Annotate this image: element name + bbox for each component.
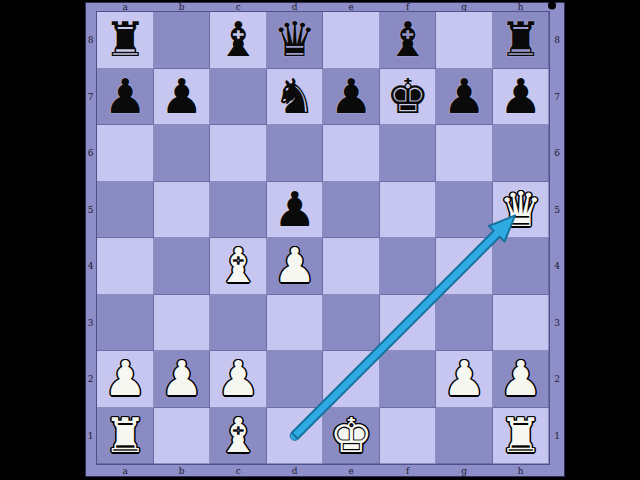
square-g4[interactable] <box>436 238 493 295</box>
square-f1[interactable] <box>380 408 437 465</box>
square-a3[interactable] <box>97 295 154 352</box>
rank-label-1: 1 <box>550 408 564 465</box>
piece-black-pawn-e7[interactable]: ♟ <box>330 72 373 120</box>
piece-black-pawn-b7[interactable]: ♟ <box>160 72 203 120</box>
rank-label-4: 4 <box>85 238 96 295</box>
square-h8[interactable]: ♜ <box>493 12 550 69</box>
file-label-f: f <box>380 465 437 477</box>
rank-labels-right: 87654321 <box>550 12 564 464</box>
square-g8[interactable] <box>436 12 493 69</box>
square-a7[interactable]: ♟ <box>97 69 154 126</box>
square-g6[interactable] <box>436 125 493 182</box>
piece-black-bishop-f8[interactable]: ♝ <box>386 15 429 63</box>
square-b3[interactable] <box>154 295 211 352</box>
file-label-a: a <box>97 465 154 477</box>
rank-labels-left: 87654321 <box>85 12 96 464</box>
square-f4[interactable] <box>380 238 437 295</box>
rank-label-7: 7 <box>550 69 564 126</box>
square-h3[interactable] <box>493 295 550 352</box>
piece-black-knight-d7[interactable]: ♞ <box>273 72 316 120</box>
rank-label-2: 2 <box>550 351 564 408</box>
rank-label-6: 6 <box>550 125 564 182</box>
square-e4[interactable] <box>323 238 380 295</box>
square-d1[interactable] <box>267 408 324 465</box>
square-a1[interactable]: ♜ <box>97 408 154 465</box>
square-c8[interactable]: ♝ <box>210 12 267 69</box>
square-f8[interactable]: ♝ <box>380 12 437 69</box>
square-d2[interactable] <box>267 351 324 408</box>
board[interactable]: ♜♝♛♝♜♟♟♞♟♚♟♟♟♛♝♟♟♟♟♟♟♜♝♚♜ <box>96 11 550 465</box>
piece-black-queen-d8[interactable]: ♛ <box>273 15 316 63</box>
file-label-e: e <box>323 465 380 477</box>
piece-white-king-e1[interactable]: ♚ <box>330 411 373 459</box>
rank-label-4: 4 <box>550 238 564 295</box>
square-b6[interactable] <box>154 125 211 182</box>
square-h1[interactable]: ♜ <box>493 408 550 465</box>
square-f2[interactable] <box>380 351 437 408</box>
piece-black-rook-h8[interactable]: ♜ <box>499 15 542 63</box>
piece-black-pawn-a7[interactable]: ♟ <box>104 72 147 120</box>
square-e2[interactable] <box>323 351 380 408</box>
square-d4[interactable]: ♟ <box>267 238 324 295</box>
square-e8[interactable] <box>323 12 380 69</box>
piece-white-pawn-g2[interactable]: ♟ <box>443 354 486 402</box>
rank-label-1: 1 <box>85 408 96 465</box>
square-b7[interactable]: ♟ <box>154 69 211 126</box>
piece-white-bishop-c4[interactable]: ♝ <box>217 241 260 289</box>
square-h2[interactable]: ♟ <box>493 351 550 408</box>
piece-white-pawn-b2[interactable]: ♟ <box>160 354 203 402</box>
square-b4[interactable] <box>154 238 211 295</box>
square-b8[interactable] <box>154 12 211 69</box>
square-c4[interactable]: ♝ <box>210 238 267 295</box>
square-g3[interactable] <box>436 295 493 352</box>
piece-black-pawn-d5[interactable]: ♟ <box>273 185 316 233</box>
file-label-g: g <box>436 465 493 477</box>
square-d5[interactable]: ♟ <box>267 182 324 239</box>
square-e3[interactable] <box>323 295 380 352</box>
square-f6[interactable] <box>380 125 437 182</box>
piece-white-bishop-c1[interactable]: ♝ <box>217 411 260 459</box>
square-e1[interactable]: ♚ <box>323 408 380 465</box>
piece-white-rook-a1[interactable]: ♜ <box>104 411 147 459</box>
piece-white-pawn-d4[interactable]: ♟ <box>273 241 316 289</box>
square-d3[interactable] <box>267 295 324 352</box>
rank-label-2: 2 <box>85 351 96 408</box>
rank-label-5: 5 <box>85 182 96 239</box>
piece-black-bishop-c8[interactable]: ♝ <box>217 15 260 63</box>
square-c6[interactable] <box>210 125 267 182</box>
piece-white-rook-h1[interactable]: ♜ <box>499 411 542 459</box>
square-c7[interactable] <box>210 69 267 126</box>
square-d8[interactable]: ♛ <box>267 12 324 69</box>
square-c1[interactable]: ♝ <box>210 408 267 465</box>
square-a6[interactable] <box>97 125 154 182</box>
square-g2[interactable]: ♟ <box>436 351 493 408</box>
rank-label-3: 3 <box>85 295 96 352</box>
square-a5[interactable] <box>97 182 154 239</box>
piece-white-queen-h5[interactable]: ♛ <box>499 185 542 233</box>
square-h4[interactable] <box>493 238 550 295</box>
square-b5[interactable] <box>154 182 211 239</box>
square-a8[interactable]: ♜ <box>97 12 154 69</box>
square-d7[interactable]: ♞ <box>267 69 324 126</box>
piece-white-pawn-a2[interactable]: ♟ <box>104 354 147 402</box>
square-g7[interactable]: ♟ <box>436 69 493 126</box>
file-label-h: h <box>493 465 550 477</box>
square-b2[interactable]: ♟ <box>154 351 211 408</box>
rank-label-3: 3 <box>550 295 564 352</box>
square-e5[interactable] <box>323 182 380 239</box>
piece-black-rook-a8[interactable]: ♜ <box>104 15 147 63</box>
rank-label-8: 8 <box>85 12 96 69</box>
square-c2[interactable]: ♟ <box>210 351 267 408</box>
file-label-c: c <box>210 465 267 477</box>
chess-app-window: abcdefgh abcdefgh 87654321 87654321 ♜♝♛♝… <box>0 0 640 480</box>
square-f7[interactable]: ♚ <box>380 69 437 126</box>
piece-black-king-f7[interactable]: ♚ <box>386 72 429 120</box>
file-label-b: b <box>154 465 211 477</box>
square-b1[interactable] <box>154 408 211 465</box>
rank-label-8: 8 <box>550 12 564 69</box>
square-a2[interactable]: ♟ <box>97 351 154 408</box>
square-a4[interactable] <box>97 238 154 295</box>
square-h6[interactable] <box>493 125 550 182</box>
piece-white-pawn-h2[interactable]: ♟ <box>499 354 542 402</box>
square-f3[interactable] <box>380 295 437 352</box>
rank-label-6: 6 <box>85 125 96 182</box>
square-h7[interactable]: ♟ <box>493 69 550 126</box>
square-g5[interactable] <box>436 182 493 239</box>
square-e7[interactable]: ♟ <box>323 69 380 126</box>
square-e6[interactable] <box>323 125 380 182</box>
file-labels-bottom: abcdefgh <box>97 465 549 477</box>
file-label-d: d <box>267 465 324 477</box>
piece-black-pawn-g7[interactable]: ♟ <box>443 72 486 120</box>
rank-label-7: 7 <box>85 69 96 126</box>
piece-black-pawn-h7[interactable]: ♟ <box>499 72 542 120</box>
square-d6[interactable] <box>267 125 324 182</box>
square-f5[interactable] <box>380 182 437 239</box>
square-c5[interactable] <box>210 182 267 239</box>
piece-white-pawn-c2[interactable]: ♟ <box>217 354 260 402</box>
rank-label-5: 5 <box>550 182 564 239</box>
square-c3[interactable] <box>210 295 267 352</box>
square-g1[interactable] <box>436 408 493 465</box>
square-h5[interactable]: ♛ <box>493 182 550 239</box>
